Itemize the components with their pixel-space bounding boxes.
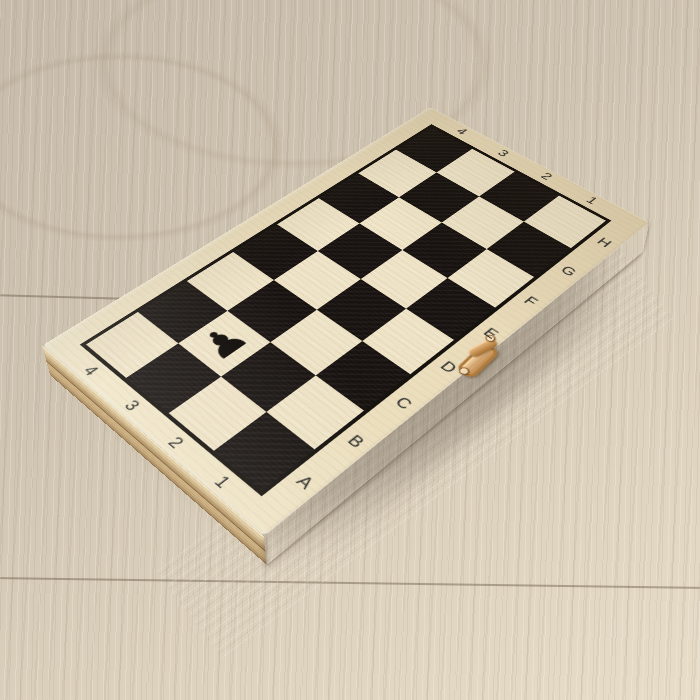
rank-label-right-3: 3: [494, 148, 512, 159]
rank-label-right-1: 1: [583, 194, 602, 206]
file-label-a: A: [291, 472, 318, 494]
rank-label-right-2: 2: [537, 171, 555, 183]
file-label-g: G: [557, 263, 580, 279]
file-label-h: H: [593, 235, 615, 250]
rank-label-left-1: 1: [209, 472, 235, 492]
photo-scene: ♟ ABCDEFGH44332211: [0, 0, 700, 700]
file-label-b: B: [342, 432, 368, 452]
file-label-c: C: [390, 394, 416, 414]
rank-label-right-4: 4: [453, 126, 471, 137]
file-label-f: F: [520, 294, 542, 310]
rank-label-left-4: 4: [78, 362, 102, 379]
rank-label-left-3: 3: [119, 397, 144, 415]
rank-label-left-2: 2: [163, 433, 188, 452]
